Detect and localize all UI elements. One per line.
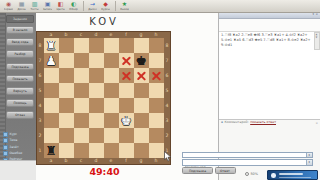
rank-label-6: 6	[37, 68, 43, 83]
main-toolbar: ◉Сервис ▦Доска ▥Тесты ▣Запись ◧Цвета ◐Об…	[0, 0, 320, 13]
toolbar-button-forward[interactable]: →Далее	[87, 1, 98, 11]
black-rook-a1: ♜	[44, 143, 59, 158]
square-e2[interactable]	[104, 128, 119, 143]
move-list[interactable]: 1.♖f8 ♜a2 2.♖e8 ♚f6 3.♖e3 ♜a1+ 4.♔f2 ♜a2…	[219, 32, 320, 48]
rank-label-7: 7	[37, 53, 43, 68]
legend-item[interactable]: Тема	[3, 138, 34, 143]
show-answer-link[interactable]: показать ответ	[250, 121, 276, 125]
square-f6[interactable]	[119, 68, 134, 83]
legend-bullet-icon	[3, 138, 8, 143]
legend-bullet-icon	[3, 145, 8, 150]
toolbar-button-board[interactable]: ▦Доска	[16, 1, 27, 11]
square-c3[interactable]	[74, 113, 89, 128]
sidebar-button-start[interactable]: В начало	[6, 26, 34, 34]
square-a3[interactable]	[44, 113, 59, 128]
toolbar-button-save[interactable]: ▣Запись	[42, 1, 53, 11]
banner-text-line	[279, 173, 303, 175]
move-list-scrollbar[interactable]: ▲ ▼	[314, 32, 320, 50]
square-g7[interactable]: ♚	[134, 53, 149, 68]
white-pawn-a7: ♟	[44, 53, 59, 68]
square-g4[interactable]	[134, 98, 149, 113]
square-h3[interactable]	[149, 113, 164, 128]
square-d2[interactable]	[89, 128, 104, 143]
toolbar-separator	[115, 1, 116, 11]
square-b3[interactable]	[59, 113, 74, 128]
square-g8[interactable]	[134, 38, 149, 53]
rank-label-3: 3	[37, 113, 43, 128]
toolbar-button-exit[interactable]: ★Выход	[119, 1, 130, 11]
move-input-wrap: ▾	[182, 152, 313, 159]
square-h1[interactable]	[149, 143, 164, 158]
sidebar-button-undo[interactable]: Вернуть	[6, 87, 34, 95]
rank-labels-right: 87654321	[164, 38, 170, 158]
square-e4[interactable]	[104, 98, 119, 113]
square-g5[interactable]	[134, 83, 149, 98]
square-e3[interactable]	[104, 113, 119, 128]
square-h6[interactable]	[149, 68, 164, 83]
square-b4[interactable]	[59, 98, 74, 113]
rank-label-3: 3	[164, 113, 170, 128]
square-c7[interactable]	[74, 53, 89, 68]
file-label-d: d	[89, 158, 104, 164]
right-panel-header	[219, 19, 320, 32]
legend-item[interactable]: Ошибки	[3, 151, 34, 156]
square-d7[interactable]	[89, 53, 104, 68]
square-g6[interactable]	[134, 68, 149, 83]
dropdown-arrow-icon[interactable]: ▾	[306, 153, 313, 158]
square-g3[interactable]	[134, 113, 149, 128]
sidebar-header: Задания	[6, 15, 34, 23]
banner-logo-icon	[271, 173, 276, 178]
square-a2[interactable]	[44, 128, 59, 143]
square-a5[interactable]	[44, 83, 59, 98]
square-a7[interactable]: ♟	[44, 53, 59, 68]
ad-banner[interactable]	[267, 170, 318, 180]
square-f7[interactable]	[119, 53, 134, 68]
file-label-c: c	[74, 158, 89, 164]
square-a6[interactable]	[44, 68, 59, 83]
square-b1[interactable]	[59, 143, 74, 158]
progress-circle-icon	[245, 172, 249, 176]
left-sidebar: Задания В начало Ввод хода Разбор Подска…	[0, 13, 36, 180]
square-b6[interactable]	[59, 68, 74, 83]
toolbar-separator	[83, 1, 84, 11]
square-h4[interactable]	[149, 98, 164, 113]
square-f4[interactable]	[119, 98, 134, 113]
toolbar-button-app[interactable]: ◉Сервис	[3, 1, 14, 11]
rank-label-5: 5	[164, 83, 170, 98]
file-label-g: g	[134, 158, 149, 164]
sidebar-button-input[interactable]: Ввод хода	[6, 38, 34, 46]
rank-label-4: 4	[37, 98, 43, 113]
scroll-down-icon[interactable]: ▼	[315, 36, 319, 39]
square-f8[interactable]	[119, 38, 134, 53]
square-b5[interactable]	[59, 83, 74, 98]
close-icon[interactable]: ×	[315, 13, 318, 17]
comment-bullet-icon: ▪	[221, 121, 223, 125]
sidebar-bottom-panel	[0, 160, 36, 180]
move-list-panel: 1.♖f8 ♜a2 2.♖e8 ♚f6 3.♖e3 ♜a1+ 4.♔f2 ♜a2…	[219, 32, 320, 120]
square-e7[interactable]	[104, 53, 119, 68]
chess-board: abcdefgh abcdefgh 87654321 87654321 ♜♟♚♚…	[36, 31, 171, 165]
square-a4[interactable]	[44, 98, 59, 113]
secondary-input-wrap: ▾	[182, 159, 313, 166]
legend-item[interactable]: Курс	[3, 132, 34, 137]
legend-item[interactable]: Зачёт	[3, 145, 34, 150]
square-e6[interactable]	[104, 68, 119, 83]
rank-label-1: 1	[37, 143, 43, 158]
square-f3[interactable]: ♚	[119, 113, 134, 128]
x-mark-h6	[149, 68, 164, 83]
rank-labels-left: 87654321	[37, 38, 43, 158]
banner-text-line	[279, 177, 311, 178]
toolbar-button-palette[interactable]: ◧Цвета	[55, 1, 66, 11]
square-a1[interactable]: ♜	[44, 143, 59, 158]
square-e8[interactable]	[104, 38, 119, 53]
square-d4[interactable]	[89, 98, 104, 113]
square-c4[interactable]	[74, 98, 89, 113]
square-c2[interactable]	[74, 128, 89, 143]
square-h8[interactable]	[149, 38, 164, 53]
sidebar-buttons: В начало Ввод хода Разбор Подсказка Пока…	[6, 26, 34, 119]
square-f2[interactable]	[119, 128, 134, 143]
square-h7[interactable]	[149, 53, 164, 68]
progress-indicator: 50%	[245, 172, 258, 176]
file-labels-bottom: abcdefgh	[44, 158, 164, 164]
x-mark-g6	[134, 68, 149, 83]
square-c5[interactable]	[74, 83, 89, 98]
comment-close-icon[interactable]: ×	[315, 121, 318, 125]
right-panel-caption: ▾ ×	[219, 13, 320, 19]
progress-percent: 50%	[250, 172, 258, 176]
legend-bullet-icon	[3, 132, 8, 137]
mouse-cursor	[164, 151, 172, 162]
legend-bullet-icon	[3, 151, 8, 156]
file-label-f: f	[119, 158, 134, 164]
rank-label-8: 8	[164, 38, 170, 53]
file-label-h: h	[149, 158, 164, 164]
rank-label-8: 8	[37, 38, 43, 53]
file-label-a: a	[44, 158, 59, 164]
sidebar-button-refuse[interactable]: Отказ	[6, 111, 34, 119]
square-a8[interactable]: ♜	[44, 38, 59, 53]
square-f5[interactable]	[119, 83, 134, 98]
toolbar-button-courses[interactable]: ◆Курсы	[100, 1, 111, 11]
black-king-g7: ♚	[134, 53, 149, 68]
comment-label: Комментарий:	[225, 121, 249, 125]
rank-label-2: 2	[164, 128, 170, 143]
square-d8[interactable]	[89, 38, 104, 53]
rank-label-5: 5	[37, 83, 43, 98]
square-d6[interactable]	[89, 68, 104, 83]
square-f1[interactable]	[119, 143, 134, 158]
square-h2[interactable]	[149, 128, 164, 143]
sidebar-button-show[interactable]: Показать	[6, 75, 34, 83]
square-d3[interactable]	[89, 113, 104, 128]
x-mark-f7	[119, 53, 134, 68]
sidebar-button-hint[interactable]: Подсказка	[6, 63, 34, 71]
square-d1[interactable]	[89, 143, 104, 158]
comment-bar: ▪ Комментарий: показать ответ ×	[219, 120, 320, 133]
sidebar-button-help[interactable]: Помощь	[6, 99, 34, 107]
square-c6[interactable]	[74, 68, 89, 83]
rank-label-6: 6	[164, 68, 170, 83]
file-label-e: e	[104, 158, 119, 164]
countdown-timer: 49:40	[36, 166, 173, 177]
square-e1[interactable]	[104, 143, 119, 158]
square-g1[interactable]	[134, 143, 149, 158]
file-label-b: b	[59, 158, 74, 164]
rank-label-4: 4	[164, 98, 170, 113]
x-mark-f6	[119, 68, 134, 83]
white-rook-a8: ♜	[44, 38, 59, 53]
square-g2[interactable]	[134, 128, 149, 143]
square-b8[interactable]	[59, 38, 74, 53]
exercise-title: KOV	[36, 16, 172, 27]
square-h5[interactable]	[149, 83, 164, 98]
square-b7[interactable]	[59, 53, 74, 68]
square-c8[interactable]	[74, 38, 89, 53]
rank-label-7: 7	[164, 53, 170, 68]
square-b2[interactable]	[59, 128, 74, 143]
square-e5[interactable]	[104, 83, 119, 98]
rank-label-2: 2	[37, 128, 43, 143]
answer-button[interactable]: Ответ	[215, 167, 236, 174]
app-window: ◉Сервис ▦Доска ▥Тесты ▣Запись ◧Цвета ◐Об…	[0, 0, 320, 180]
board-squares: ♜♟♚♚♜	[44, 38, 164, 158]
square-c1[interactable]	[74, 143, 89, 158]
sidebar-button-analysis[interactable]: Разбор	[6, 50, 34, 58]
toolbar-button-view[interactable]: ◐Обзор	[68, 1, 79, 11]
pin-icon[interactable]: ▾	[312, 13, 314, 17]
toolbar-button-stats[interactable]: ▥Тесты	[29, 1, 40, 11]
white-king-f3: ♚	[119, 113, 134, 128]
hint-button[interactable]: Подсказка	[182, 167, 213, 174]
dropdown-arrow-icon[interactable]: ▾	[306, 160, 313, 165]
square-d5[interactable]	[89, 83, 104, 98]
